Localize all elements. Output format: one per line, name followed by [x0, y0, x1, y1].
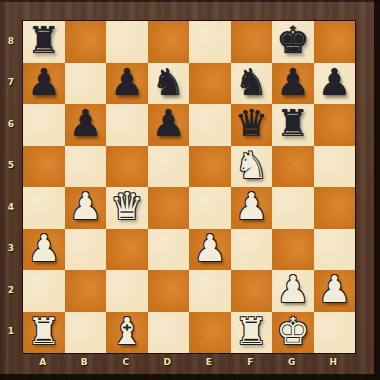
square-e7[interactable] — [189, 63, 231, 105]
square-a8[interactable]: ♜ — [23, 21, 65, 63]
square-c3[interactable] — [106, 229, 148, 271]
file-label-g: G — [271, 353, 313, 371]
piece-black-rook-a8[interactable]: ♜ — [27, 20, 60, 61]
square-f2[interactable] — [231, 270, 273, 312]
square-d7[interactable]: ♞ — [148, 63, 190, 105]
rank-label-6: 6 — [0, 103, 22, 145]
square-b7[interactable] — [65, 63, 107, 105]
square-c1[interactable]: ♝ — [106, 312, 148, 354]
square-b1[interactable] — [65, 312, 107, 354]
file-label-h: H — [313, 353, 355, 371]
square-f3[interactable] — [231, 229, 273, 271]
rank-label-1: 1 — [0, 311, 22, 353]
square-g1[interactable]: ♚ — [272, 312, 314, 354]
file-labels: ABCDEFGH — [22, 353, 354, 371]
square-d1[interactable] — [148, 312, 190, 354]
square-d4[interactable] — [148, 187, 190, 229]
square-g4[interactable] — [272, 187, 314, 229]
square-g6[interactable]: ♜ — [272, 104, 314, 146]
square-c8[interactable] — [106, 21, 148, 63]
square-h6[interactable] — [314, 104, 356, 146]
square-g2[interactable]: ♟ — [272, 270, 314, 312]
piece-black-rook-g6[interactable]: ♜ — [276, 103, 309, 144]
square-a1[interactable]: ♜ — [23, 312, 65, 354]
square-g3[interactable] — [272, 229, 314, 271]
square-b3[interactable] — [65, 229, 107, 271]
square-d3[interactable] — [148, 229, 190, 271]
piece-black-pawn-d6[interactable]: ♟ — [152, 103, 185, 144]
square-a2[interactable] — [23, 270, 65, 312]
square-b4[interactable]: ♟ — [65, 187, 107, 229]
file-label-f: F — [230, 353, 272, 371]
square-e1[interactable] — [189, 312, 231, 354]
piece-white-pawn-g2[interactable]: ♟ — [276, 269, 309, 310]
piece-white-pawn-h2[interactable]: ♟ — [318, 269, 351, 310]
square-d2[interactable] — [148, 270, 190, 312]
square-a5[interactable] — [23, 146, 65, 188]
square-h8[interactable] — [314, 21, 356, 63]
square-e4[interactable] — [189, 187, 231, 229]
square-h2[interactable]: ♟ — [314, 270, 356, 312]
rank-label-5: 5 — [0, 145, 22, 187]
file-label-d: D — [147, 353, 189, 371]
square-e6[interactable] — [189, 104, 231, 146]
square-b6[interactable]: ♟ — [65, 104, 107, 146]
piece-black-pawn-a7[interactable]: ♟ — [27, 62, 60, 103]
file-label-b: B — [64, 353, 106, 371]
square-h1[interactable] — [314, 312, 356, 354]
square-b2[interactable] — [65, 270, 107, 312]
rank-label-2: 2 — [0, 269, 22, 311]
square-d5[interactable] — [148, 146, 190, 188]
piece-black-knight-d7[interactable]: ♞ — [152, 62, 185, 103]
rank-label-7: 7 — [0, 62, 22, 104]
square-c6[interactable] — [106, 104, 148, 146]
piece-white-pawn-f4[interactable]: ♟ — [235, 186, 268, 227]
square-e2[interactable] — [189, 270, 231, 312]
square-g8[interactable]: ♚ — [272, 21, 314, 63]
square-c7[interactable]: ♟ — [106, 63, 148, 105]
square-f5[interactable]: ♞ — [231, 146, 273, 188]
square-b8[interactable] — [65, 21, 107, 63]
file-label-c: C — [105, 353, 147, 371]
piece-white-pawn-b4[interactable]: ♟ — [69, 186, 102, 227]
rank-labels: 87654321 — [0, 20, 22, 352]
square-a7[interactable]: ♟ — [23, 63, 65, 105]
square-f6[interactable]: ♛ — [231, 104, 273, 146]
square-a4[interactable] — [23, 187, 65, 229]
rank-label-3: 3 — [0, 228, 22, 270]
piece-black-pawn-c7[interactable]: ♟ — [110, 62, 143, 103]
square-e5[interactable] — [189, 146, 231, 188]
square-h7[interactable]: ♟ — [314, 63, 356, 105]
piece-white-rook-a1[interactable]: ♜ — [27, 311, 60, 352]
square-a3[interactable]: ♟ — [23, 229, 65, 271]
rank-label-8: 8 — [0, 20, 22, 62]
square-d8[interactable] — [148, 21, 190, 63]
square-h3[interactable] — [314, 229, 356, 271]
piece-black-pawn-b6[interactable]: ♟ — [69, 103, 102, 144]
piece-black-queen-f6[interactable]: ♛ — [235, 103, 268, 144]
square-f7[interactable]: ♞ — [231, 63, 273, 105]
square-e3[interactable]: ♟ — [189, 229, 231, 271]
square-d6[interactable]: ♟ — [148, 104, 190, 146]
square-b5[interactable] — [65, 146, 107, 188]
square-f4[interactable]: ♟ — [231, 187, 273, 229]
piece-white-king-g1[interactable]: ♚ — [276, 311, 309, 352]
piece-black-knight-f7[interactable]: ♞ — [235, 62, 268, 103]
piece-white-pawn-a3[interactable]: ♟ — [27, 228, 60, 269]
rank-label-4: 4 — [0, 186, 22, 228]
piece-white-knight-f5[interactable]: ♞ — [235, 145, 268, 186]
square-c4[interactable]: ♛ — [106, 187, 148, 229]
square-g7[interactable]: ♟ — [272, 63, 314, 105]
square-h4[interactable] — [314, 187, 356, 229]
square-f1[interactable]: ♜ — [231, 312, 273, 354]
square-h5[interactable] — [314, 146, 356, 188]
piece-white-rook-f1[interactable]: ♜ — [235, 311, 268, 352]
file-label-e: E — [188, 353, 230, 371]
piece-black-king-g8[interactable]: ♚ — [276, 20, 309, 61]
board-frame: 87654321 ABCDEFGH ♜♚♟♟♞♞♟♟♟♟♛♜♞♟♛♟♟♟♟♟♜♝… — [0, 0, 380, 380]
file-label-a: A — [22, 353, 64, 371]
piece-black-pawn-h7[interactable]: ♟ — [318, 62, 351, 103]
square-c2[interactable] — [106, 270, 148, 312]
square-e8[interactable] — [189, 21, 231, 63]
piece-black-pawn-g7[interactable]: ♟ — [276, 62, 309, 103]
square-f8[interactable] — [231, 21, 273, 63]
chess-board: ♜♚♟♟♞♞♟♟♟♟♛♜♞♟♛♟♟♟♟♟♜♝♜♚ — [22, 20, 356, 354]
square-c5[interactable] — [106, 146, 148, 188]
piece-white-queen-c4[interactable]: ♛ — [110, 186, 143, 227]
piece-white-bishop-c1[interactable]: ♝ — [110, 311, 143, 352]
piece-white-pawn-e3[interactable]: ♟ — [193, 228, 226, 269]
square-g5[interactable] — [272, 146, 314, 188]
square-a6[interactable] — [23, 104, 65, 146]
